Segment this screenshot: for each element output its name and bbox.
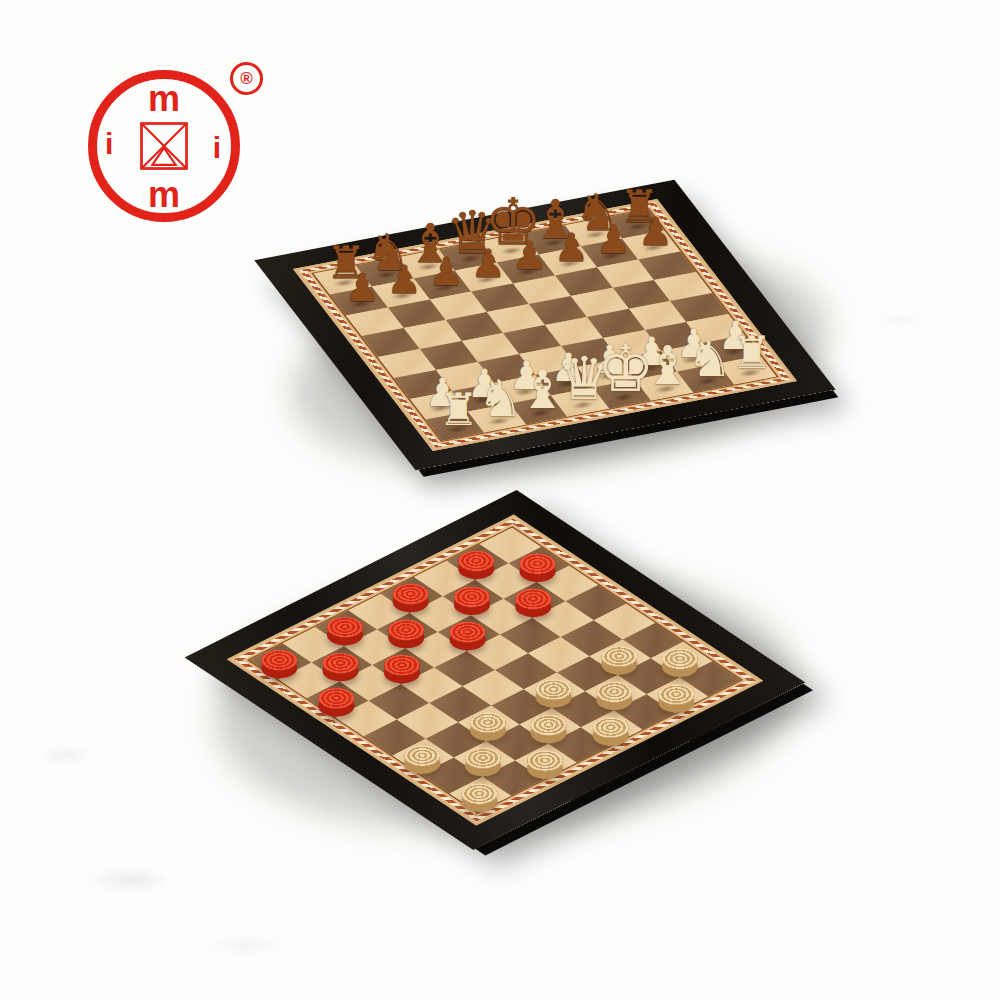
brand-letter-right: i xyxy=(213,133,221,163)
chess-piece-brown-pawn: ♟ xyxy=(512,237,547,274)
checkers-man-red xyxy=(261,650,297,671)
checkers-man-wood xyxy=(465,748,501,769)
chess-piece-brown-pawn: ♟ xyxy=(596,221,631,258)
chess-piece-cream-knight: ♞ xyxy=(687,335,733,383)
checkers-board-frame xyxy=(185,490,806,850)
checkers-man-wood xyxy=(658,684,694,705)
checkers-man-red xyxy=(454,586,490,607)
checkers-man-red xyxy=(318,688,354,709)
checkers-man-red xyxy=(515,589,551,610)
brand-emblem-icon xyxy=(137,119,191,173)
checkers-man-red xyxy=(392,584,428,605)
registered-trademark-icon: ® xyxy=(230,62,263,95)
chess-piece-brown-pawn: ♟ xyxy=(429,253,464,290)
checkers-man-red xyxy=(327,617,363,638)
chess-piece-brown-pawn: ♟ xyxy=(387,261,422,298)
checkers-man-red xyxy=(322,653,358,674)
checkers-man-wood xyxy=(404,745,440,766)
checkers-man-red xyxy=(519,553,555,574)
checkers-man-wood xyxy=(469,712,505,733)
checkers-man-wood xyxy=(596,682,632,703)
checkers-man-red xyxy=(458,551,494,572)
chess-piece-cream-rook: ♜ xyxy=(439,388,479,431)
checkers-man-wood xyxy=(461,783,497,804)
checkers-man-red xyxy=(449,622,485,643)
checkers-man-wood xyxy=(531,715,567,736)
chess-piece-brown-pawn: ♟ xyxy=(637,213,672,250)
chess-piece-cream-bishop: ♝ xyxy=(644,341,692,391)
chess-square-e1: ♚ xyxy=(593,380,651,409)
product-photo-scene: m i i m ® ♜♞♝♛♚♝♞♜♟♟♟♟♟♟♟♟♟♟♟♟♟♟♟♟♜♞♝♛♚♝… xyxy=(0,0,1000,1000)
brand-logo-circle: m i i m xyxy=(88,70,240,222)
brand-letter-bottom: m xyxy=(148,177,180,213)
checkers-man-wood xyxy=(592,717,628,738)
checkers-man-wood xyxy=(662,648,698,669)
brand-letter-left: i xyxy=(105,129,113,159)
checkers-man-wood xyxy=(601,646,637,667)
chess-piece-brown-pawn: ♟ xyxy=(554,229,589,266)
checkers-man-red xyxy=(384,655,420,676)
chess-piece-brown-pawn: ♟ xyxy=(345,269,380,306)
checkers-man-wood xyxy=(535,679,571,700)
brand-logo: m i i m ® xyxy=(88,62,278,232)
chess-playing-field: ♜♞♝♛♚♝♞♜♟♟♟♟♟♟♟♟♟♟♟♟♟♟♟♟♜♞♝♛♚♝♞♜ xyxy=(314,209,777,440)
chess-piece-cream-rook: ♜ xyxy=(731,332,771,375)
checkers-board xyxy=(185,490,806,850)
checkers-man-wood xyxy=(526,750,562,771)
chess-piece-cream-knight: ♞ xyxy=(478,375,524,423)
checkers-man-red xyxy=(388,619,424,640)
brand-letter-top: m xyxy=(148,81,180,117)
chess-piece-brown-pawn: ♟ xyxy=(470,245,505,282)
